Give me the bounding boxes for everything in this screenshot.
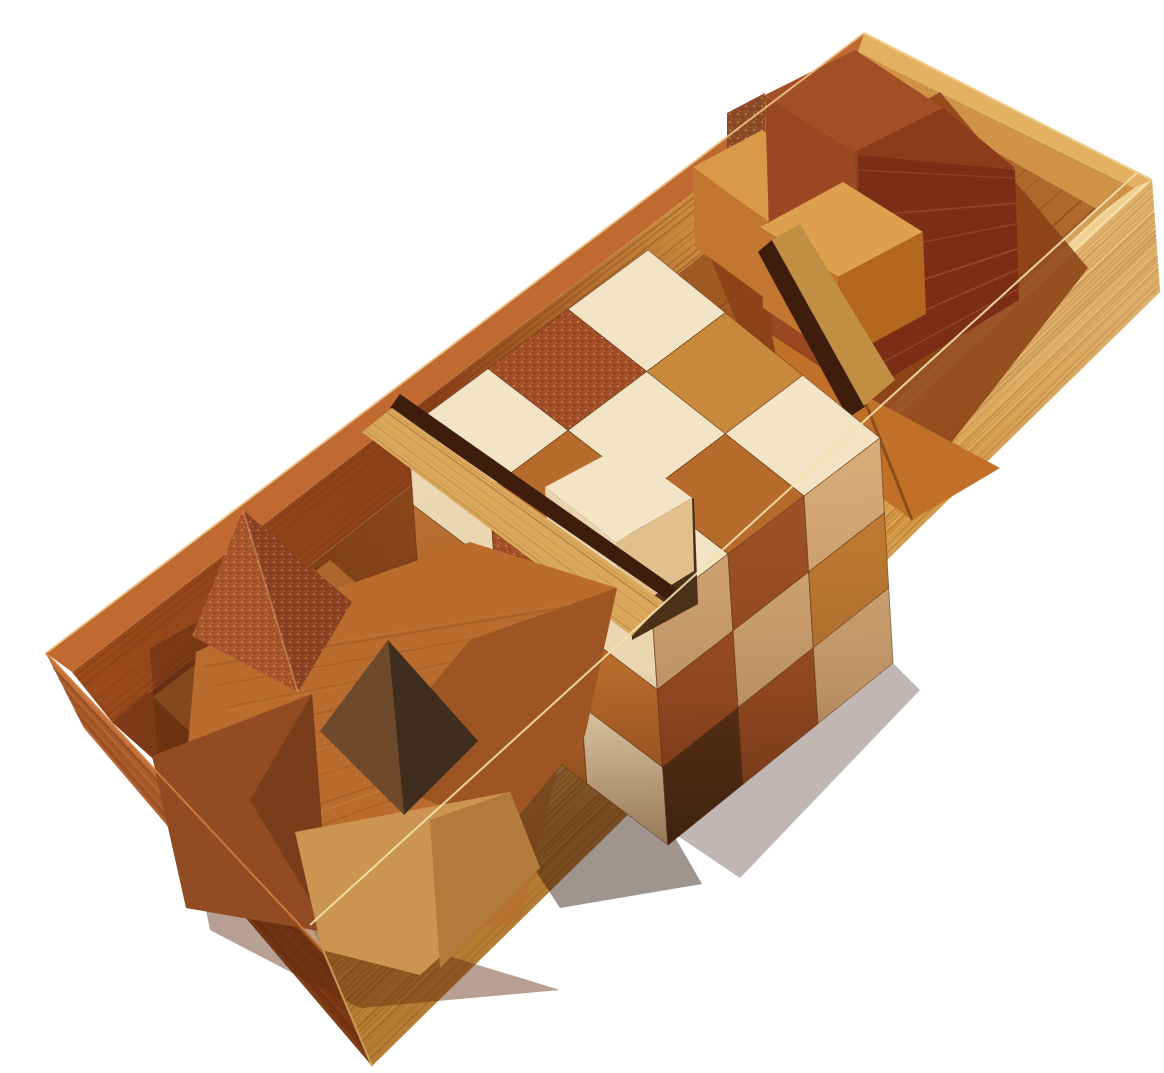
wooden-puzzle-set-photo (0, 0, 1164, 1073)
product-photo (0, 0, 1164, 1073)
